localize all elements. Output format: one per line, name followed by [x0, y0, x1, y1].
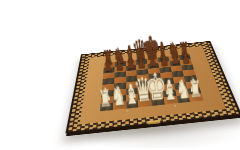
square-h7: ♟: [180, 59, 192, 65]
piece-white-rook: ♜: [181, 77, 211, 102]
brass-pin-icon: [175, 105, 177, 106]
square-h1: ♜: [189, 94, 204, 102]
piece-black-pawn: ♟: [173, 48, 199, 66]
inner-wood-border: ♜♞♝♛♚♝♞♜♟♟♟♟♟♟♟♟♟♟♟♟♟♟♟♟♜♞♝♛♚♝♞♜: [80, 46, 227, 124]
brass-pin-icon: [126, 110, 128, 111]
chess-set-photo: Folding wooden chess set photographed at…: [40, 16, 240, 150]
board-grid: ♜♞♝♛♚♝♞♜♟♟♟♟♟♟♟♟♟♟♟♟♟♟♟♟♜♞♝♛♚♝♞♜: [100, 54, 204, 111]
